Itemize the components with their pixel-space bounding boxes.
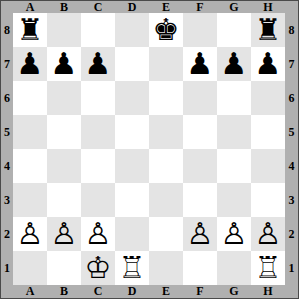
square-b3[interactable] [47,183,81,217]
file-label-top-c: C [81,1,115,13]
square-e3[interactable] [149,183,183,217]
square-g3[interactable] [217,183,251,217]
rank-label-left-5: 5 [1,115,13,149]
rank-label-right-3: 3 [285,183,298,217]
square-d8[interactable] [115,13,149,47]
square-d2[interactable] [115,217,149,251]
square-e1[interactable] [149,251,183,285]
square-d1[interactable]: ♖ [115,251,149,285]
square-g1[interactable] [217,251,251,285]
file-label-bottom-c: C [81,285,115,298]
rank-label-right-6: 6 [285,81,298,115]
square-d7[interactable] [115,47,149,81]
file-label-top-b: B [47,1,81,13]
rank-label-right-5: 5 [285,115,298,149]
square-d4[interactable] [115,149,149,183]
square-a4[interactable] [13,149,47,183]
piece-black-king[interactable]: ♚ [153,13,180,47]
square-f7[interactable]: ♟ [183,47,217,81]
file-label-top-g: G [217,1,251,13]
square-f8[interactable] [183,13,217,47]
square-c5[interactable] [81,115,115,149]
file-label-bottom-a: A [13,285,47,298]
square-h6[interactable] [251,81,285,115]
file-label-bottom-g: G [217,285,251,298]
piece-black-pawn[interactable]: ♟ [17,47,44,81]
piece-white-king[interactable]: ♔ [85,251,112,285]
piece-white-pawn[interactable]: ♙ [187,217,214,251]
square-b4[interactable] [47,149,81,183]
piece-black-pawn[interactable]: ♟ [255,47,282,81]
square-g8[interactable] [217,13,251,47]
piece-white-pawn[interactable]: ♙ [255,217,282,251]
square-c4[interactable] [81,149,115,183]
piece-white-pawn[interactable]: ♙ [221,217,248,251]
square-c1[interactable]: ♔ [81,251,115,285]
square-h1[interactable]: ♖ [251,251,285,285]
file-label-top-a: A [13,1,47,13]
file-label-top-h: H [251,1,285,13]
square-a3[interactable] [13,183,47,217]
square-e6[interactable] [149,81,183,115]
square-g2[interactable]: ♙ [217,217,251,251]
rank-label-left-8: 8 [1,13,13,47]
file-label-top-d: D [115,1,149,13]
rank-label-left-4: 4 [1,149,13,183]
rank-label-left-1: 1 [1,251,13,285]
piece-black-pawn[interactable]: ♟ [51,47,78,81]
piece-black-pawn[interactable]: ♟ [221,47,248,81]
piece-white-pawn[interactable]: ♙ [17,217,44,251]
square-b7[interactable]: ♟ [47,47,81,81]
chess-board: ♜♚♜♟♟♟♟♟♟♙♙♙♙♙♙♔♖♖ [13,13,285,285]
file-label-bottom-d: D [115,285,149,298]
rank-label-right-2: 2 [285,217,298,251]
square-f6[interactable] [183,81,217,115]
square-h3[interactable] [251,183,285,217]
square-c8[interactable] [81,13,115,47]
rank-label-left-2: 2 [1,217,13,251]
square-e4[interactable] [149,149,183,183]
piece-white-rook[interactable]: ♖ [119,251,146,285]
square-h7[interactable]: ♟ [251,47,285,81]
square-f4[interactable] [183,149,217,183]
square-f3[interactable] [183,183,217,217]
square-a5[interactable] [13,115,47,149]
file-label-bottom-e: E [149,285,183,298]
piece-black-rook[interactable]: ♜ [255,13,282,47]
square-f2[interactable]: ♙ [183,217,217,251]
square-d3[interactable] [115,183,149,217]
square-b8[interactable] [47,13,81,47]
rank-label-right-1: 1 [285,251,298,285]
square-a1[interactable] [13,251,47,285]
square-b5[interactable] [47,115,81,149]
square-b1[interactable] [47,251,81,285]
square-c7[interactable]: ♟ [81,47,115,81]
piece-white-rook[interactable]: ♖ [255,251,282,285]
file-label-top-e: E [149,1,183,13]
square-h2[interactable]: ♙ [251,217,285,251]
rank-label-right-8: 8 [285,13,298,47]
square-a6[interactable] [13,81,47,115]
square-e8[interactable]: ♚ [149,13,183,47]
piece-black-pawn[interactable]: ♟ [85,47,112,81]
rank-label-right-7: 7 [285,47,298,81]
rank-label-left-7: 7 [1,47,13,81]
square-h4[interactable] [251,149,285,183]
file-label-bottom-f: F [183,285,217,298]
square-d5[interactable] [115,115,149,149]
rank-label-left-3: 3 [1,183,13,217]
piece-white-pawn[interactable]: ♙ [85,217,112,251]
square-e7[interactable] [149,47,183,81]
square-a2[interactable]: ♙ [13,217,47,251]
square-d6[interactable] [115,81,149,115]
square-b2[interactable]: ♙ [47,217,81,251]
file-label-top-f: F [183,1,217,13]
piece-black-pawn[interactable]: ♟ [187,47,214,81]
square-a8[interactable]: ♜ [13,13,47,47]
square-c2[interactable]: ♙ [81,217,115,251]
square-g4[interactable] [217,149,251,183]
square-h8[interactable]: ♜ [251,13,285,47]
square-h5[interactable] [251,115,285,149]
square-f1[interactable] [183,251,217,285]
square-e2[interactable] [149,217,183,251]
square-g7[interactable]: ♟ [217,47,251,81]
square-a7[interactable]: ♟ [13,47,47,81]
square-c6[interactable] [81,81,115,115]
chess-diagram: ♜♚♜♟♟♟♟♟♟♙♙♙♙♙♙♔♖♖ AABBCCDDEEFFGGHH88776… [0,0,299,299]
square-g5[interactable] [217,115,251,149]
rank-label-left-6: 6 [1,81,13,115]
square-b6[interactable] [47,81,81,115]
square-c3[interactable] [81,183,115,217]
piece-white-pawn[interactable]: ♙ [51,217,78,251]
piece-black-rook[interactable]: ♜ [17,13,44,47]
file-label-bottom-h: H [251,285,285,298]
square-f5[interactable] [183,115,217,149]
square-g6[interactable] [217,81,251,115]
file-label-bottom-b: B [47,285,81,298]
square-e5[interactable] [149,115,183,149]
rank-label-right-4: 4 [285,149,298,183]
